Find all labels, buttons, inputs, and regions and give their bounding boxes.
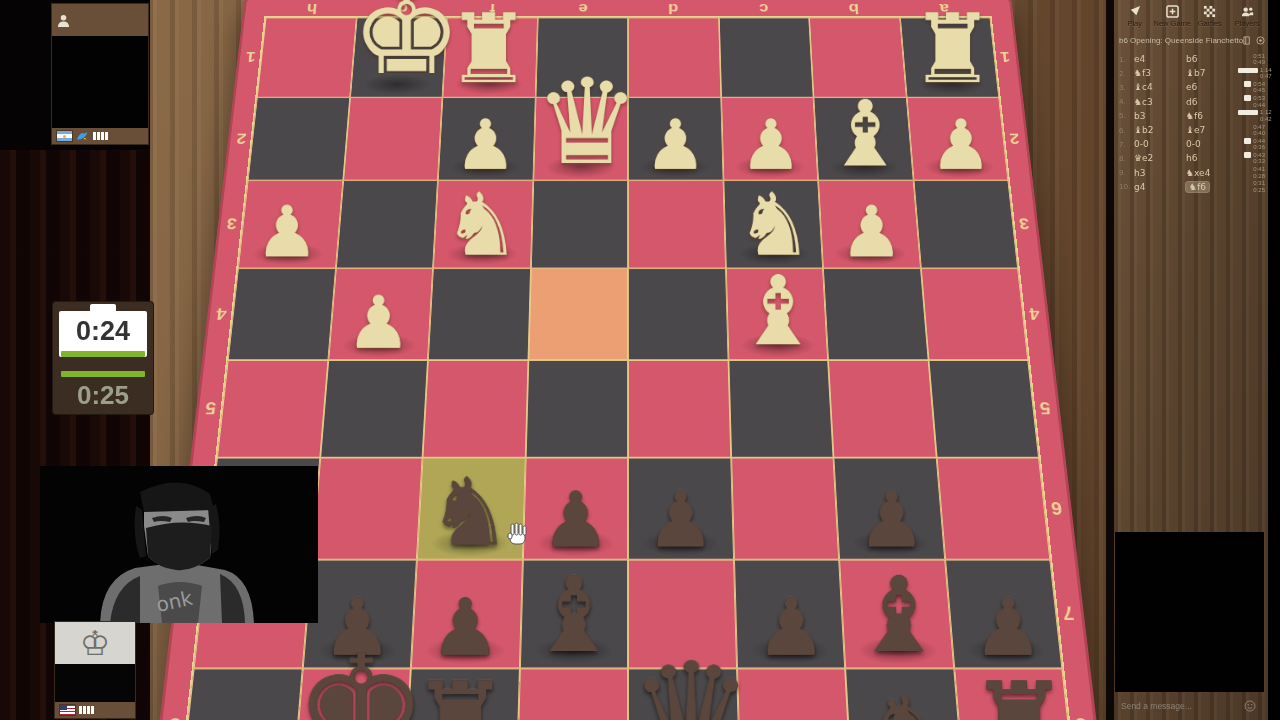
black-move[interactable]: ♞xe4 <box>1186 168 1238 178</box>
move-number: 8. <box>1119 154 1134 163</box>
chat-video-area <box>1115 532 1264 692</box>
webcam-person-masked: onk <box>40 466 318 623</box>
bird-icon <box>76 131 89 142</box>
move-times: 1:140:47 <box>1238 67 1272 80</box>
white-time: 0:24 <box>59 311 147 351</box>
square-d5[interactable] <box>628 360 731 457</box>
square-g4[interactable]: ♟ <box>328 268 433 360</box>
white-pawn-c2[interactable]: ♟ <box>724 112 817 178</box>
player-avatar: ♔ <box>55 622 135 664</box>
black-pawn-b6[interactable]: ♟ <box>840 484 944 557</box>
black-time-bar <box>61 371 145 377</box>
square-f2[interactable]: ♟ <box>438 97 535 180</box>
game-clock: 0:24 0:25 <box>53 302 153 414</box>
white-pawn-g4[interactable]: ♟ <box>329 288 427 357</box>
us-flag-icon <box>60 705 75 715</box>
square-g1[interactable]: ♚ <box>350 18 447 97</box>
white-king-g1[interactable]: ♚ <box>351 0 442 95</box>
black-move[interactable]: b6 <box>1186 54 1238 64</box>
white-knight-c3[interactable]: ♞ <box>726 183 822 265</box>
chess-piece-photo: ♔ <box>80 623 110 663</box>
emoji-smiley-icon[interactable] <box>1244 700 1256 712</box>
white-knight-f3[interactable]: ♞ <box>434 183 530 265</box>
clock-tab <box>90 304 116 311</box>
move-row-9: 9.h3♞xe40:410:28 <box>1119 166 1265 180</box>
black-move[interactable]: ♞f6 <box>1186 111 1238 121</box>
move-times: 0:530:44 <box>1238 95 1265 108</box>
white-pawn-f2[interactable]: ♟ <box>439 112 532 178</box>
move-row-7: 7.0-00-00:440:36 <box>1119 137 1265 151</box>
black-time: 0:25 <box>53 379 153 411</box>
opponent-card-header <box>52 4 148 36</box>
white-bishop-c4[interactable]: ♝ <box>729 266 827 357</box>
time-bar-icon <box>1238 68 1258 73</box>
move-row-2: 2.♞f3♝b71:140:47 <box>1119 66 1265 80</box>
move-number: 1. <box>1119 55 1134 64</box>
local-player-card[interactable]: ♔ <box>55 622 135 718</box>
square-c4[interactable]: ♝ <box>725 268 828 360</box>
play-button[interactable]: Play <box>1116 5 1154 31</box>
move-times: 0:410:28 <box>1238 166 1265 179</box>
square-e6[interactable]: ♟ <box>522 457 628 559</box>
rank-label-left-8: 8 <box>156 668 193 720</box>
square-g6[interactable] <box>311 457 422 559</box>
move-number: 9. <box>1119 168 1134 177</box>
move-row-8: 8.♛e2h60:430:33 <box>1119 151 1265 165</box>
black-move[interactable]: ♝b7 <box>1186 68 1238 78</box>
players-icon <box>1241 5 1254 18</box>
square-f3[interactable]: ♞ <box>433 180 533 268</box>
white-pawn-b3[interactable]: ♟ <box>824 198 920 265</box>
players-button[interactable]: Players <box>1229 5 1267 31</box>
move-number: 4. <box>1119 97 1134 106</box>
white-queen-e2[interactable]: ♛ <box>534 66 627 178</box>
move-row-3: 3.♝c4e60:540:45 <box>1119 80 1265 94</box>
file-label-d: d <box>628 1 719 17</box>
square-h2[interactable] <box>248 97 350 180</box>
square-a6[interactable] <box>936 457 1050 559</box>
sidebar-toolbar: Play New Game Games Players <box>1116 5 1266 31</box>
black-pawn-f7[interactable]: ♟ <box>412 590 519 665</box>
opening-title: b6 Opening: Queenside Fianchetto V... <box>1119 36 1243 45</box>
square-a1[interactable]: ♜ <box>900 18 999 97</box>
square-a5[interactable] <box>928 360 1039 457</box>
move-row-4: 4.♞c3d60:530:44 <box>1119 95 1265 109</box>
square-c2[interactable]: ♟ <box>721 97 818 180</box>
webcam-video: onk <box>40 466 318 623</box>
white-pawn-d2[interactable]: ♟ <box>629 112 722 178</box>
square-b7[interactable]: ♝ <box>839 560 954 668</box>
square-e2[interactable]: ♛ <box>533 97 628 180</box>
panel-seam <box>1106 0 1114 720</box>
black-move[interactable]: ♝e7 <box>1186 125 1238 135</box>
player-name-area <box>55 664 135 702</box>
white-rook-a1[interactable]: ♜ <box>907 4 998 95</box>
square-b4[interactable] <box>823 268 928 360</box>
black-bishop-e7[interactable]: ♝ <box>520 566 627 665</box>
chat-placeholder[interactable]: Send a message... <box>1115 701 1244 711</box>
square-g5[interactable] <box>320 360 428 457</box>
black-bishop-b7[interactable]: ♝ <box>846 566 953 665</box>
black-queen-d8[interactable]: ♛ <box>629 647 739 720</box>
games-button[interactable]: Games <box>1191 5 1229 31</box>
time-bar-icon <box>1244 152 1251 158</box>
square-d2[interactable]: ♟ <box>628 97 723 180</box>
time-bar-icon <box>1244 81 1251 87</box>
black-move[interactable]: h6 <box>1186 153 1238 163</box>
square-a2[interactable]: ♟ <box>906 97 1008 180</box>
white-move[interactable]: g4 <box>1134 182 1186 192</box>
square-c1[interactable] <box>719 18 814 97</box>
white-bishop-b2[interactable]: ♝ <box>819 91 912 178</box>
square-g8[interactable]: ♚ <box>293 668 411 720</box>
move-row-10: 10.g4♞f60:310:25 <box>1119 180 1265 194</box>
square-b8[interactable]: ♞ <box>845 668 963 720</box>
time-bar-icon <box>1244 95 1251 101</box>
square-h4[interactable] <box>228 268 336 360</box>
square-f7[interactable]: ♟ <box>411 560 523 668</box>
black-rook-a8[interactable]: ♜ <box>964 670 1074 720</box>
signal-bars-icon <box>93 132 108 140</box>
square-b5[interactable] <box>828 360 936 457</box>
black-move[interactable]: e6 <box>1186 82 1238 92</box>
black-pawn-e6[interactable]: ♟ <box>523 484 627 557</box>
white-move[interactable]: b3 <box>1134 111 1186 121</box>
white-pawn-a2[interactable]: ♟ <box>914 112 1007 178</box>
move-times: 1:120:42 <box>1238 109 1272 122</box>
move-list: 1.e4b60:510:492.♞f3♝b71:140:473.♝c4e60:5… <box>1119 52 1265 194</box>
black-pawn-a7[interactable]: ♟ <box>954 590 1061 665</box>
black-move[interactable]: ♞f6 <box>1186 182 1238 192</box>
file-label-c: c <box>718 1 809 17</box>
move-number: 5. <box>1119 111 1134 120</box>
hand-cursor <box>506 522 530 548</box>
settings-circle-icon[interactable] <box>1256 36 1265 45</box>
square-e4[interactable] <box>528 268 628 360</box>
checkerboard-icon <box>1203 5 1216 18</box>
white-move[interactable]: ♞f3 <box>1134 68 1186 78</box>
move-number: 3. <box>1119 83 1134 92</box>
move-number: 10. <box>1119 182 1134 191</box>
move-row-1: 1.e4b60:510:49 <box>1119 52 1265 66</box>
square-g2[interactable] <box>343 97 443 180</box>
square-a3[interactable] <box>913 180 1018 268</box>
signal-bars-icon <box>79 706 94 714</box>
plus-square-icon <box>1166 5 1179 18</box>
right-black-edge <box>1268 0 1280 720</box>
square-g3[interactable] <box>336 180 438 268</box>
square-d1[interactable] <box>628 18 721 97</box>
time-bar-icon <box>1238 110 1258 115</box>
square-h3[interactable]: ♟ <box>238 180 343 268</box>
move-row-5: 5.b3♞f61:120:42 <box>1119 109 1265 123</box>
file-label-h: h <box>266 1 358 17</box>
move-times: 0:430:33 <box>1238 152 1265 165</box>
white-move[interactable]: ♝b2 <box>1134 125 1186 135</box>
square-d3[interactable] <box>628 180 725 268</box>
file-label-b: b <box>808 1 899 17</box>
square-e5[interactable] <box>525 360 628 457</box>
file-label-e: e <box>537 1 628 17</box>
move-times: 0:440:36 <box>1238 138 1265 151</box>
white-move[interactable]: ♝c4 <box>1134 82 1186 92</box>
square-b2[interactable]: ♝ <box>814 97 914 180</box>
white-move[interactable]: ♛e2 <box>1134 153 1186 163</box>
opening-row: b6 Opening: Queenside Fianchetto V... <box>1119 33 1265 47</box>
white-move[interactable]: e4 <box>1134 54 1186 64</box>
new-game-label: New Game <box>1154 19 1192 28</box>
square-d8[interactable]: ♛ <box>628 668 740 720</box>
players-label: Players <box>1235 19 1260 28</box>
square-e3[interactable] <box>531 180 628 268</box>
square-f4[interactable] <box>428 268 531 360</box>
move-number: 7. <box>1119 140 1134 149</box>
move-times: 0:310:25 <box>1238 180 1265 193</box>
move-times: 0:540:45 <box>1238 81 1265 94</box>
book-icon[interactable] <box>1243 36 1252 45</box>
white-clock-card: 0:24 <box>59 311 147 357</box>
square-h1[interactable] <box>257 18 356 97</box>
move-times: 0:470:40 <box>1238 124 1265 137</box>
white-move[interactable]: 0-0 <box>1134 139 1186 149</box>
argentina-flag-icon <box>57 131 72 141</box>
black-king-g8[interactable]: ♚ <box>294 638 404 720</box>
time-bar-icon <box>1244 138 1251 144</box>
square-h8[interactable] <box>181 668 302 720</box>
square-b6[interactable]: ♟ <box>833 457 944 559</box>
white-move[interactable]: ♞c3 <box>1134 97 1186 107</box>
new-game-button[interactable]: New Game <box>1154 5 1192 31</box>
square-d6[interactable]: ♟ <box>628 457 734 559</box>
player-card-footer <box>55 702 135 718</box>
square-c6[interactable] <box>731 457 839 559</box>
white-time-bar <box>61 351 145 357</box>
square-a7[interactable]: ♟ <box>945 560 1063 668</box>
white-move[interactable]: h3 <box>1134 168 1186 178</box>
opponent-video-feed <box>52 36 148 128</box>
black-move[interactable]: 0-0 <box>1186 139 1238 149</box>
move-times: 0:510:49 <box>1238 53 1265 66</box>
play-label: Play <box>1127 19 1142 28</box>
black-move[interactable]: d6 <box>1186 97 1238 107</box>
move-row-6: 6.♝b2♝e70:470:40 <box>1119 123 1265 137</box>
move-number: 2. <box>1119 69 1134 78</box>
square-c8[interactable] <box>737 668 852 720</box>
move-number: 6. <box>1119 126 1134 135</box>
white-pawn-h3[interactable]: ♟ <box>239 198 335 265</box>
square-h5[interactable] <box>217 360 328 457</box>
square-e7[interactable]: ♝ <box>519 560 628 668</box>
person-icon <box>57 14 70 27</box>
square-a4[interactable] <box>920 268 1028 360</box>
games-label: Games <box>1198 19 1222 28</box>
square-f5[interactable] <box>423 360 528 457</box>
black-knight-b8[interactable]: ♞ <box>852 685 962 720</box>
opponent-card-footer <box>52 128 148 144</box>
square-d4[interactable] <box>628 268 728 360</box>
chat-input-bar[interactable]: Send a message... <box>1115 694 1264 718</box>
square-e8[interactable] <box>516 668 628 720</box>
opponent-player-card[interactable] <box>52 4 148 144</box>
black-pawn-d6[interactable]: ♟ <box>629 484 733 557</box>
square-b3[interactable]: ♟ <box>818 180 920 268</box>
rocket-icon <box>1128 5 1141 18</box>
square-c5[interactable] <box>728 360 833 457</box>
square-a8[interactable]: ♜ <box>954 668 1075 720</box>
